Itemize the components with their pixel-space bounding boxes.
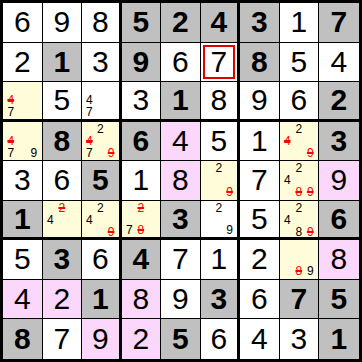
cell-r6c5[interactable]: 3 xyxy=(161,201,201,241)
pencil-mark-2: 2 xyxy=(293,202,305,214)
cell-value: 1 xyxy=(290,7,307,37)
cell-value: 7 xyxy=(210,47,227,77)
pencil-mark-7: 7 xyxy=(5,147,17,159)
cell-value: 7 xyxy=(330,7,347,37)
cell-r8c6[interactable]: 3 xyxy=(201,280,241,320)
cell-r3c6[interactable]: 8 xyxy=(201,82,241,122)
cell-r2c2[interactable]: 1 xyxy=(43,43,83,83)
cell-r1c7[interactable]: 3 xyxy=(240,3,280,43)
cell-r7c7[interactable]: 2 xyxy=(240,240,280,280)
cell-value: 1 xyxy=(172,85,189,115)
pencil-mark-4: 4 xyxy=(84,94,95,106)
cell-r1c6[interactable]: 4 xyxy=(201,3,241,43)
cell-value: 5 xyxy=(92,165,109,195)
pencil-mark-2-excluded: 2 xyxy=(56,202,68,214)
pencil-marks: 2489 xyxy=(282,202,317,237)
cell-r9c8[interactable]: 3 xyxy=(280,319,320,359)
cell-r8c9[interactable]: 5 xyxy=(319,280,359,320)
cell-r6c2[interactable]: 24 xyxy=(43,201,83,241)
cell-value: 9 xyxy=(132,47,149,77)
cell-value: 5 xyxy=(14,244,31,274)
cell-r7c1[interactable]: 5 xyxy=(3,240,43,280)
pencil-mark-4: 4 xyxy=(282,174,294,186)
cell-r4c7[interactable]: 1 xyxy=(240,122,280,162)
cell-r8c1[interactable]: 4 xyxy=(3,280,43,320)
cell-value: 8 xyxy=(330,244,347,274)
pencil-mark-9: 9 xyxy=(28,147,40,159)
cell-value: 2 xyxy=(53,284,70,314)
pencil-mark-2: 2 xyxy=(95,123,106,135)
pencil-mark-4-excluded: 4 xyxy=(5,135,17,147)
cell-r6c3[interactable]: 249 xyxy=(82,201,122,241)
pencil-mark-7: 7 xyxy=(84,106,95,118)
cell-value: 9 xyxy=(53,7,70,37)
pencil-mark-2: 2 xyxy=(293,123,305,135)
cell-value: 7 xyxy=(53,324,70,354)
cell-r2c7[interactable]: 8 xyxy=(240,43,280,83)
cell-r1c3[interactable]: 8 xyxy=(82,3,122,43)
cell-value: 5 xyxy=(330,284,347,314)
cell-r7c4[interactable]: 4 xyxy=(122,240,162,280)
cell-r3c7[interactable]: 9 xyxy=(240,82,280,122)
pencil-mark-9-excluded: 9 xyxy=(305,226,317,238)
cell-r7c5[interactable]: 7 xyxy=(161,240,201,280)
cell-value: 1 xyxy=(251,126,268,156)
pencil-mark-2-excluded: 2 xyxy=(135,202,147,214)
cell-value: 6 xyxy=(53,165,70,195)
cell-value: 4 xyxy=(210,7,227,37)
cell-r1c1[interactable]: 6 xyxy=(3,3,43,43)
cell-r3c3[interactable]: 47 xyxy=(82,82,122,122)
cell-value: 4 xyxy=(172,126,189,156)
pencil-mark-8-excluded: 8 xyxy=(135,224,147,236)
cell-r3c5[interactable]: 1 xyxy=(161,82,201,122)
cell-r9c7[interactable]: 4 xyxy=(240,319,280,359)
cell-r7c6[interactable]: 1 xyxy=(201,240,241,280)
cell-r5c1[interactable]: 3 xyxy=(3,161,43,201)
cell-value: 2 xyxy=(330,85,347,115)
cell-value: 7 xyxy=(251,165,268,195)
cell-value: 8 xyxy=(92,7,109,37)
pencil-mark-4-excluded: 4 xyxy=(84,135,95,147)
pencil-mark-7: 7 xyxy=(84,147,95,159)
pencil-marks: 89 xyxy=(282,241,317,278)
cell-r2c4[interactable]: 9 xyxy=(122,43,162,83)
cell-r6c7[interactable]: 5 xyxy=(240,201,280,241)
cell-value: 6 xyxy=(330,204,347,234)
cell-r9c3[interactable]: 9 xyxy=(82,319,122,359)
cell-r1c4[interactable]: 5 xyxy=(122,3,162,43)
cell-value: 6 xyxy=(251,284,268,314)
cell-r3c1[interactable]: 47 xyxy=(3,82,43,122)
cell-value: 6 xyxy=(210,324,227,354)
cell-r5c5[interactable]: 8 xyxy=(161,161,201,201)
cell-r2c1[interactable]: 2 xyxy=(3,43,43,83)
cell-r1c9[interactable]: 7 xyxy=(319,3,359,43)
cell-value: 1 xyxy=(132,165,149,195)
cell-r9c2[interactable]: 7 xyxy=(43,319,83,359)
pencil-marks: 249 xyxy=(84,202,117,237)
pencil-mark-9-excluded: 9 xyxy=(106,226,117,238)
pencil-marks: 24 xyxy=(45,202,80,237)
cell-value: 6 xyxy=(14,7,31,37)
cell-value: 3 xyxy=(14,165,31,195)
cell-value: 9 xyxy=(92,324,109,354)
pencil-mark-4: 4 xyxy=(84,214,95,226)
cell-r7c8[interactable]: 89 xyxy=(280,240,320,280)
cell-value: 9 xyxy=(330,165,347,195)
cell-r7c3[interactable]: 6 xyxy=(82,240,122,280)
cell-r2c9[interactable]: 4 xyxy=(319,43,359,83)
cell-r6c9[interactable]: 6 xyxy=(319,201,359,241)
cell-r4c4[interactable]: 6 xyxy=(122,122,162,162)
cell-value: 8 xyxy=(210,85,227,115)
cell-value: 7 xyxy=(290,284,307,314)
pencil-marks: 47 xyxy=(5,83,40,118)
pencil-marks: 29 xyxy=(203,202,236,237)
pencil-marks: 249 xyxy=(282,123,317,160)
cell-value: 4 xyxy=(14,284,31,314)
cell-r7c2[interactable]: 3 xyxy=(43,240,83,280)
pencil-mark-2: 2 xyxy=(213,202,224,214)
pencil-marks: 2489 xyxy=(282,162,317,199)
cell-value: 4 xyxy=(251,324,268,354)
cell-value: 6 xyxy=(290,85,307,115)
cell-r8c3[interactable]: 1 xyxy=(82,280,122,320)
cell-value: 4 xyxy=(330,47,347,77)
cell-r5c7[interactable]: 7 xyxy=(240,161,280,201)
cell-r5c3[interactable]: 5 xyxy=(82,161,122,201)
pencil-mark-2: 2 xyxy=(95,202,106,214)
cell-value: 5 xyxy=(53,85,70,115)
cell-r4c3[interactable]: 2479 xyxy=(82,122,122,162)
cell-value: 1 xyxy=(53,47,70,77)
cell-value: 3 xyxy=(172,204,189,234)
cell-r6c6[interactable]: 29 xyxy=(201,201,241,241)
cell-r6c8[interactable]: 2489 xyxy=(280,201,320,241)
pencil-mark-4: 4 xyxy=(45,214,57,226)
cell-value: 5 xyxy=(132,7,149,37)
cell-value: 4 xyxy=(132,244,149,274)
cell-r4c5[interactable]: 4 xyxy=(161,122,201,162)
cell-r3c9[interactable]: 2 xyxy=(319,82,359,122)
cell-r5c4[interactable]: 1 xyxy=(122,161,162,201)
cell-r3c8[interactable]: 6 xyxy=(280,82,320,122)
pencil-mark-9-excluded: 9 xyxy=(106,147,117,159)
pencil-mark-4-excluded: 4 xyxy=(282,135,294,147)
cell-value: 5 xyxy=(172,324,189,354)
pencil-mark-8: 8 xyxy=(293,226,305,238)
cell-r7c9[interactable]: 8 xyxy=(319,240,359,280)
pencil-mark-9-excluded: 9 xyxy=(305,186,317,198)
cell-value: 3 xyxy=(290,324,307,354)
pencil-mark-8-excluded: 8 xyxy=(293,186,305,198)
cell-value: 3 xyxy=(53,244,70,274)
cell-r2c6[interactable]: 7 xyxy=(201,43,241,83)
cell-value: 1 xyxy=(210,244,227,274)
cell-value: 3 xyxy=(92,47,109,77)
cell-r1c5[interactable]: 2 xyxy=(161,3,201,43)
pencil-mark-9: 9 xyxy=(224,224,235,236)
cell-r8c7[interactable]: 6 xyxy=(240,280,280,320)
cell-value: 6 xyxy=(172,47,189,77)
cell-r9c9[interactable]: 1 xyxy=(319,319,359,359)
cell-value: 3 xyxy=(210,284,227,314)
cell-value: 5 xyxy=(251,204,268,234)
cell-value: 8 xyxy=(251,47,268,77)
cell-value: 8 xyxy=(53,126,70,156)
cell-value: 6 xyxy=(92,244,109,274)
pencil-mark-8-excluded: 8 xyxy=(293,265,305,277)
cell-r9c5[interactable]: 5 xyxy=(161,319,201,359)
cell-value: 9 xyxy=(251,85,268,115)
cell-value: 2 xyxy=(132,324,149,354)
cell-value: 7 xyxy=(172,244,189,274)
cell-r1c8[interactable]: 1 xyxy=(280,3,320,43)
sudoku-board: 6985243172139678544754731896247982479645… xyxy=(0,0,362,362)
cell-value: 3 xyxy=(132,85,149,115)
cell-value: 5 xyxy=(210,126,227,156)
cell-value: 1 xyxy=(14,204,31,234)
pencil-mark-2: 2 xyxy=(293,162,305,174)
cell-r3c2[interactable]: 5 xyxy=(43,82,83,122)
cell-value: 2 xyxy=(251,244,268,274)
pencil-marks: 47 xyxy=(84,83,117,118)
cell-r5c6[interactable]: 29 xyxy=(201,161,241,201)
cell-r2c3[interactable]: 3 xyxy=(82,43,122,83)
cell-r6c1[interactable]: 1 xyxy=(3,201,43,241)
cell-r8c8[interactable]: 7 xyxy=(280,280,320,320)
cell-r8c2[interactable]: 2 xyxy=(43,280,83,320)
cell-value: 9 xyxy=(172,284,189,314)
pencil-mark-9-excluded: 9 xyxy=(305,147,317,159)
cell-r8c4[interactable]: 8 xyxy=(122,280,162,320)
pencil-marks: 278 xyxy=(124,202,159,237)
pencil-marks: 2479 xyxy=(84,123,117,160)
cell-value: 3 xyxy=(251,7,268,37)
cell-r4c1[interactable]: 479 xyxy=(3,122,43,162)
pencil-mark-2: 2 xyxy=(213,162,224,174)
cell-r6c4[interactable]: 278 xyxy=(122,201,162,241)
cell-r4c9[interactable]: 3 xyxy=(319,122,359,162)
cell-r9c1[interactable]: 8 xyxy=(3,319,43,359)
pencil-mark-7: 7 xyxy=(124,224,136,236)
cell-r9c4[interactable]: 2 xyxy=(122,319,162,359)
pencil-marks: 29 xyxy=(203,162,236,199)
cell-value: 8 xyxy=(132,284,149,314)
cell-value: 1 xyxy=(92,284,109,314)
cell-r5c8[interactable]: 2489 xyxy=(280,161,320,201)
cell-value: 6 xyxy=(132,126,149,156)
cell-r5c9[interactable]: 9 xyxy=(319,161,359,201)
cell-value: 3 xyxy=(330,126,347,156)
pencil-marks: 479 xyxy=(5,123,40,160)
cell-r5c2[interactable]: 6 xyxy=(43,161,83,201)
cell-r4c2[interactable]: 8 xyxy=(43,122,83,162)
pencil-mark-4: 4 xyxy=(282,214,294,226)
cell-value: 5 xyxy=(290,47,307,77)
cell-r4c6[interactable]: 5 xyxy=(201,122,241,162)
cell-value: 2 xyxy=(172,7,189,37)
cell-r3c4[interactable]: 3 xyxy=(122,82,162,122)
cell-r8c5[interactable]: 9 xyxy=(161,280,201,320)
cell-r1c2[interactable]: 9 xyxy=(43,3,83,43)
cell-r2c8[interactable]: 5 xyxy=(280,43,320,83)
cell-value: 2 xyxy=(14,47,31,77)
cell-value: 8 xyxy=(14,324,31,354)
pencil-mark-9-excluded: 9 xyxy=(224,186,235,198)
cell-r2c5[interactable]: 6 xyxy=(161,43,201,83)
cell-value: 1 xyxy=(330,324,347,354)
cell-value: 8 xyxy=(172,165,189,195)
pencil-mark-7: 7 xyxy=(5,106,17,118)
pencil-mark-4-excluded: 4 xyxy=(5,94,17,106)
cell-r9c6[interactable]: 6 xyxy=(201,319,241,359)
cell-r4c8[interactable]: 249 xyxy=(280,122,320,162)
pencil-mark-9: 9 xyxy=(305,265,317,277)
